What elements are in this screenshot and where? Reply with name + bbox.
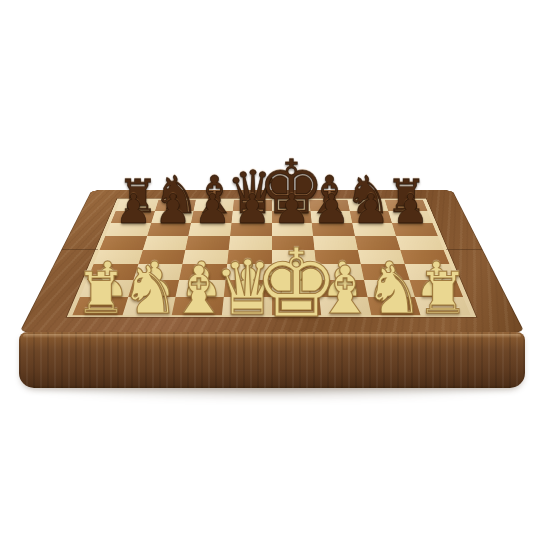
piece-dark-pawn-h7[interactable]: ♟ — [392, 189, 428, 230]
piece-dark-pawn-g7[interactable]: ♟ — [353, 189, 389, 230]
piece-dark-pawn-c7[interactable]: ♟ — [194, 189, 230, 230]
chess-set-photo: ♜♞♝♛♚♝♞♜♟♟♟♟♟♟♟♟♟♟♟♟♟♟♟♟♜♞♝♛♚♝♞♜ — [0, 0, 540, 540]
piece-white-rook-a1[interactable]: ♜ — [75, 265, 127, 323]
piece-dark-pawn-e7[interactable]: ♟ — [274, 189, 310, 230]
piece-dark-pawn-b7[interactable]: ♟ — [155, 189, 191, 230]
piece-dark-pawn-f7[interactable]: ♟ — [313, 189, 349, 230]
piece-white-rook-h1[interactable]: ♜ — [417, 265, 469, 323]
piece-white-knight-g1[interactable]: ♞ — [364, 258, 423, 324]
pieces-layer: ♜♞♝♛♚♝♞♜♟♟♟♟♟♟♟♟♟♟♟♟♟♟♟♟♜♞♝♛♚♝♞♜ — [0, 0, 540, 540]
piece-dark-pawn-a7[interactable]: ♟ — [115, 189, 151, 230]
piece-dark-pawn-d7[interactable]: ♟ — [234, 189, 270, 230]
